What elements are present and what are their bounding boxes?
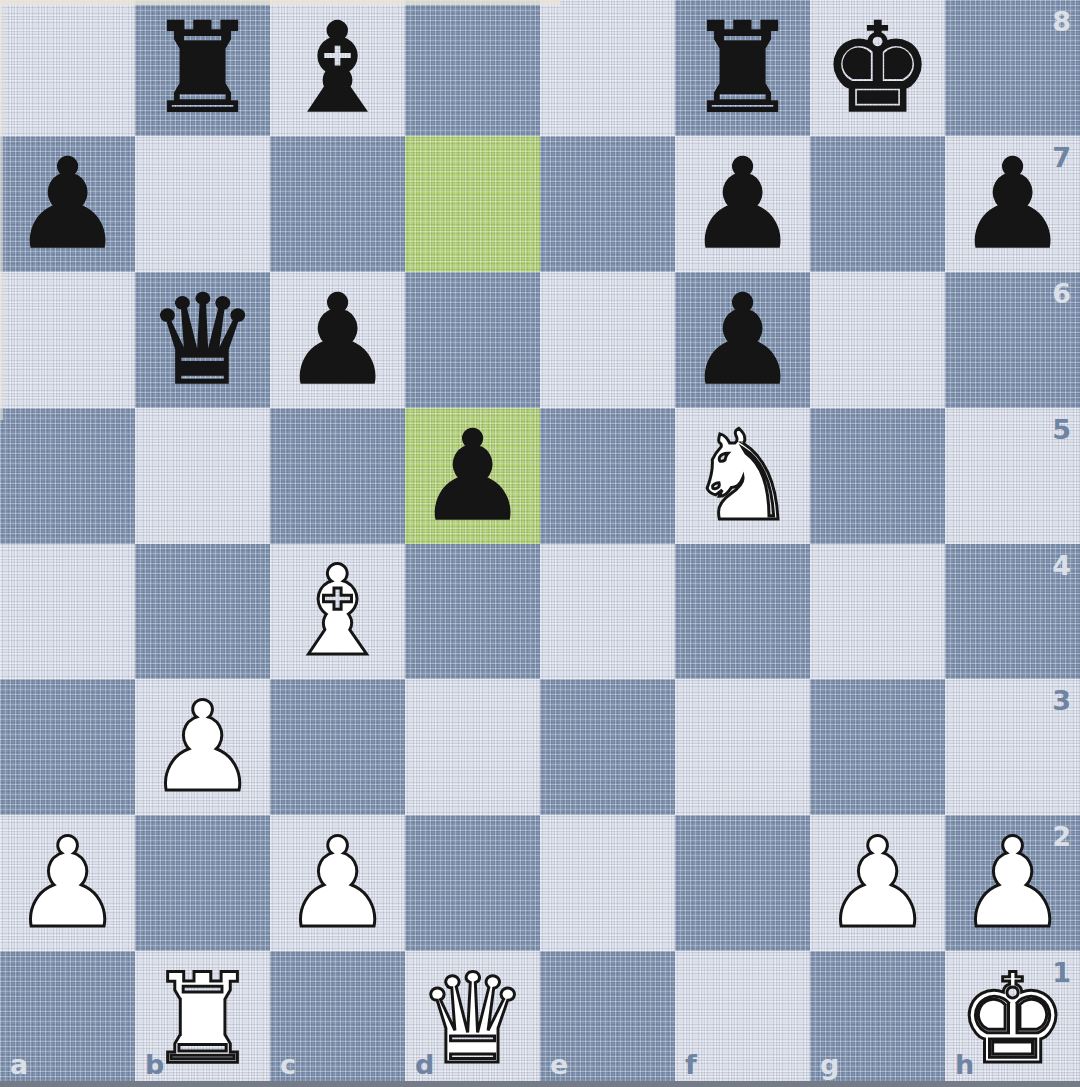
rank-label-6: 6: [1052, 278, 1071, 309]
square-e3[interactable]: [540, 679, 675, 815]
square-h1[interactable]: ♚1h: [945, 951, 1080, 1087]
square-a7[interactable]: ♟: [0, 136, 135, 272]
square-c8[interactable]: ♝: [270, 0, 405, 136]
rank-label-1: 1: [1052, 957, 1071, 988]
piece-white-knight[interactable]: ♞: [675, 408, 810, 544]
square-d1[interactable]: ♛d: [405, 951, 540, 1087]
piece-black-pawn[interactable]: ♟: [675, 136, 810, 272]
square-b1[interactable]: ♜b: [135, 951, 270, 1087]
square-f6[interactable]: ♟: [675, 272, 810, 408]
square-b7[interactable]: [135, 136, 270, 272]
rank-label-5: 5: [1052, 414, 1071, 445]
file-label-b: b: [145, 1049, 164, 1080]
square-d6[interactable]: [405, 272, 540, 408]
square-b5[interactable]: [135, 408, 270, 544]
board-left-edge: [0, 0, 3, 420]
square-b2[interactable]: [135, 815, 270, 951]
square-c1[interactable]: c: [270, 951, 405, 1087]
square-c5[interactable]: [270, 408, 405, 544]
square-g7[interactable]: [810, 136, 945, 272]
square-g2[interactable]: ♟: [810, 815, 945, 951]
square-a4[interactable]: [0, 544, 135, 680]
square-e6[interactable]: [540, 272, 675, 408]
rank-label-2: 2: [1052, 821, 1071, 852]
square-e2[interactable]: [540, 815, 675, 951]
square-e7[interactable]: [540, 136, 675, 272]
square-e1[interactable]: e: [540, 951, 675, 1087]
square-g1[interactable]: g: [810, 951, 945, 1087]
piece-black-pawn[interactable]: ♟: [675, 272, 810, 408]
chess-board: ♜♝♜♚8♟♟♟7♛♟♟6♟♞5♝4♟3♟♟♟♟2a♜bc♛defg♚1h: [0, 0, 1080, 1087]
square-b4[interactable]: [135, 544, 270, 680]
chess-board-wrap: ♜♝♜♚8♟♟♟7♛♟♟6♟♞5♝4♟3♟♟♟♟2a♜bc♛defg♚1h: [0, 0, 1080, 1087]
square-d4[interactable]: [405, 544, 540, 680]
square-g3[interactable]: [810, 679, 945, 815]
square-f3[interactable]: [675, 679, 810, 815]
square-d2[interactable]: [405, 815, 540, 951]
square-g5[interactable]: [810, 408, 945, 544]
square-a6[interactable]: [0, 272, 135, 408]
rank-label-7: 7: [1052, 142, 1071, 173]
square-b6[interactable]: ♛: [135, 272, 270, 408]
square-h7[interactable]: ♟7: [945, 136, 1080, 272]
board-top-edge: [0, 0, 560, 5]
square-e4[interactable]: [540, 544, 675, 680]
square-d7[interactable]: [405, 136, 540, 272]
square-f2[interactable]: [675, 815, 810, 951]
piece-black-bishop[interactable]: ♝: [270, 0, 405, 136]
square-f5[interactable]: ♞: [675, 408, 810, 544]
square-d3[interactable]: [405, 679, 540, 815]
board-bottom-edge: [0, 1081, 1080, 1087]
square-d5[interactable]: ♟: [405, 408, 540, 544]
rank-label-8: 8: [1052, 6, 1071, 37]
file-label-d: d: [415, 1049, 434, 1080]
square-c7[interactable]: [270, 136, 405, 272]
square-h2[interactable]: ♟2: [945, 815, 1080, 951]
piece-black-pawn[interactable]: ♟: [405, 408, 540, 544]
piece-black-rook[interactable]: ♜: [135, 0, 270, 136]
square-f8[interactable]: ♜: [675, 0, 810, 136]
square-h3[interactable]: 3: [945, 679, 1080, 815]
piece-white-bishop[interactable]: ♝: [270, 544, 405, 680]
square-f7[interactable]: ♟: [675, 136, 810, 272]
file-label-f: f: [685, 1049, 697, 1080]
square-e5[interactable]: [540, 408, 675, 544]
square-d8[interactable]: [405, 0, 540, 136]
square-h4[interactable]: 4: [945, 544, 1080, 680]
file-label-c: c: [280, 1049, 296, 1080]
rank-label-3: 3: [1052, 685, 1071, 716]
square-h8[interactable]: 8: [945, 0, 1080, 136]
rank-label-4: 4: [1052, 550, 1071, 581]
file-label-e: e: [550, 1049, 568, 1080]
square-h5[interactable]: 5: [945, 408, 1080, 544]
piece-white-pawn[interactable]: ♟: [135, 679, 270, 815]
square-g6[interactable]: [810, 272, 945, 408]
square-g8[interactable]: ♚: [810, 0, 945, 136]
file-label-g: g: [820, 1049, 839, 1080]
square-c6[interactable]: ♟: [270, 272, 405, 408]
piece-black-queen[interactable]: ♛: [135, 272, 270, 408]
piece-black-pawn[interactable]: ♟: [0, 136, 135, 272]
piece-black-king[interactable]: ♚: [810, 0, 945, 136]
piece-white-pawn[interactable]: ♟: [270, 815, 405, 951]
file-label-a: a: [10, 1049, 28, 1080]
square-c2[interactable]: ♟: [270, 815, 405, 951]
square-a5[interactable]: [0, 408, 135, 544]
square-c3[interactable]: [270, 679, 405, 815]
square-a2[interactable]: ♟: [0, 815, 135, 951]
square-h6[interactable]: 6: [945, 272, 1080, 408]
file-label-h: h: [955, 1049, 974, 1080]
square-a8[interactable]: [0, 0, 135, 136]
square-b3[interactable]: ♟: [135, 679, 270, 815]
piece-black-rook[interactable]: ♜: [675, 0, 810, 136]
square-f1[interactable]: f: [675, 951, 810, 1087]
square-a1[interactable]: a: [0, 951, 135, 1087]
square-a3[interactable]: [0, 679, 135, 815]
piece-white-pawn[interactable]: ♟: [810, 815, 945, 951]
square-f4[interactable]: [675, 544, 810, 680]
piece-black-pawn[interactable]: ♟: [270, 272, 405, 408]
square-e8[interactable]: [540, 0, 675, 136]
square-c4[interactable]: ♝: [270, 544, 405, 680]
square-b8[interactable]: ♜: [135, 0, 270, 136]
piece-white-pawn[interactable]: ♟: [0, 815, 135, 951]
square-g4[interactable]: [810, 544, 945, 680]
